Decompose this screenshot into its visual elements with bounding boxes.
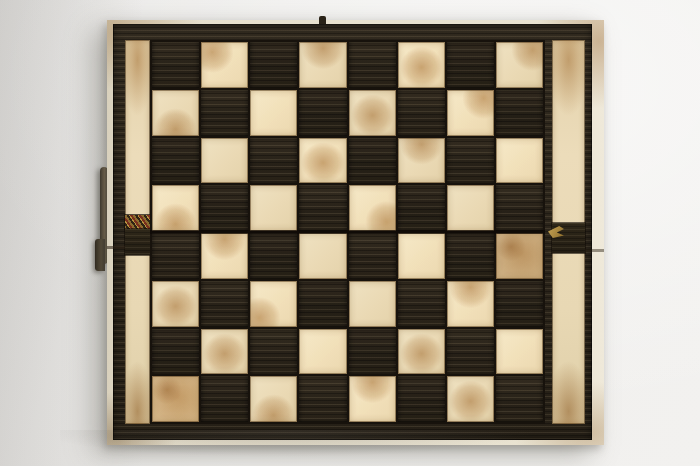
fold-seam-left-edge (107, 246, 125, 249)
square-d1 (299, 376, 346, 422)
square-b2 (201, 329, 248, 375)
side-clasp (95, 239, 105, 271)
square-c5 (250, 185, 297, 231)
square-e4 (349, 233, 396, 279)
square-e8 (349, 42, 396, 88)
square-b3 (201, 281, 248, 327)
hatched-inlay (125, 215, 150, 229)
square-a5 (152, 185, 199, 231)
square-g3 (447, 281, 494, 327)
board-squares (150, 40, 545, 424)
left-hinge-block (125, 229, 150, 255)
square-a7 (152, 90, 199, 136)
right-bone-strip (552, 40, 585, 424)
square-c7 (250, 90, 297, 136)
square-e5 (349, 185, 396, 231)
square-g1 (447, 376, 494, 422)
square-c6 (250, 138, 297, 184)
square-f2 (398, 329, 445, 375)
square-e7 (349, 90, 396, 136)
square-h5 (496, 185, 543, 231)
photo-background (0, 0, 700, 466)
square-a6 (152, 138, 199, 184)
square-g6 (447, 138, 494, 184)
square-g7 (447, 90, 494, 136)
square-h2 (496, 329, 543, 375)
square-g8 (447, 42, 494, 88)
square-d7 (299, 90, 346, 136)
square-c8 (250, 42, 297, 88)
square-d8 (299, 42, 346, 88)
chessboard (107, 20, 604, 445)
square-b7 (201, 90, 248, 136)
square-f4 (398, 233, 445, 279)
square-a8 (152, 42, 199, 88)
square-d6 (299, 138, 346, 184)
square-a4 (152, 233, 199, 279)
square-f6 (398, 138, 445, 184)
square-e2 (349, 329, 396, 375)
square-h3 (496, 281, 543, 327)
square-f3 (398, 281, 445, 327)
square-d3 (299, 281, 346, 327)
square-g5 (447, 185, 494, 231)
square-d2 (299, 329, 346, 375)
square-h8 (496, 42, 543, 88)
square-a2 (152, 329, 199, 375)
square-f1 (398, 376, 445, 422)
square-f5 (398, 185, 445, 231)
square-b8 (201, 42, 248, 88)
square-f8 (398, 42, 445, 88)
square-c4 (250, 233, 297, 279)
square-h4 (496, 233, 543, 279)
left-bone-strip (125, 40, 150, 424)
square-e1 (349, 376, 396, 422)
square-b6 (201, 138, 248, 184)
edge-chip (319, 16, 326, 24)
square-d5 (299, 185, 346, 231)
square-a1 (152, 376, 199, 422)
square-c3 (250, 281, 297, 327)
square-h1 (496, 376, 543, 422)
square-a3 (152, 281, 199, 327)
square-h6 (496, 138, 543, 184)
square-b5 (201, 185, 248, 231)
square-c1 (250, 376, 297, 422)
square-b4 (201, 233, 248, 279)
fold-seam-right-edge (585, 249, 604, 252)
square-g4 (447, 233, 494, 279)
square-b1 (201, 376, 248, 422)
square-f7 (398, 90, 445, 136)
square-h7 (496, 90, 543, 136)
right-hinge-block (552, 223, 585, 253)
square-c2 (250, 329, 297, 375)
square-d4 (299, 233, 346, 279)
square-e6 (349, 138, 396, 184)
square-e3 (349, 281, 396, 327)
square-g2 (447, 329, 494, 375)
